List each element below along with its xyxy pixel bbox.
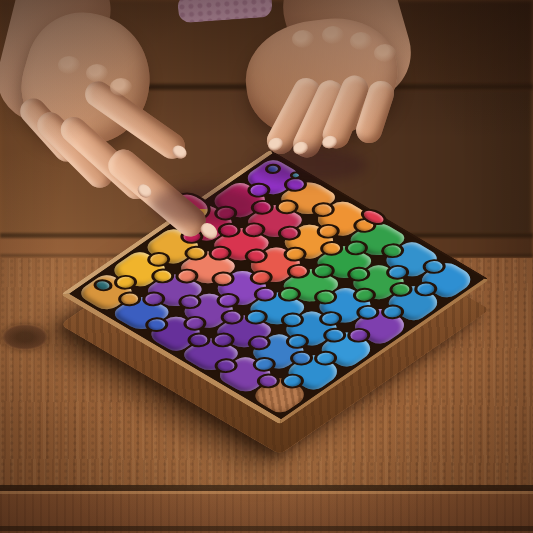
hand-shadow [252, 148, 367, 182]
scene [0, 0, 533, 533]
knuckle [292, 30, 314, 48]
right-hand [0, 0, 533, 533]
knuckle [350, 32, 372, 50]
knuckle [322, 26, 344, 44]
knuckle [374, 44, 396, 62]
